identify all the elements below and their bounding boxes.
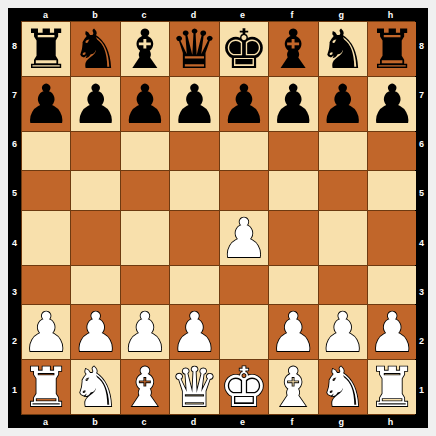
square-e3[interactable] bbox=[220, 266, 268, 304]
black-rook[interactable]: ♜ bbox=[368, 23, 416, 77]
square-c5[interactable] bbox=[121, 171, 169, 209]
square-f4[interactable] bbox=[269, 211, 317, 265]
square-c7[interactable]: ♟ bbox=[121, 77, 169, 131]
square-e5[interactable] bbox=[220, 171, 268, 209]
black-knight[interactable]: ♞ bbox=[71, 23, 119, 77]
square-b4[interactable] bbox=[71, 211, 119, 265]
square-h6[interactable] bbox=[368, 132, 416, 170]
black-bishop[interactable]: ♝ bbox=[269, 23, 317, 77]
square-g5[interactable] bbox=[319, 171, 367, 209]
rank-label-2: 2 bbox=[415, 317, 428, 366]
black-pawn[interactable]: ♟ bbox=[71, 78, 119, 132]
square-e2[interactable] bbox=[220, 305, 268, 359]
black-pawn[interactable]: ♟ bbox=[170, 78, 218, 132]
rank-labels-right: 87654321 bbox=[415, 21, 428, 415]
square-g6[interactable] bbox=[319, 132, 367, 170]
rank-label-2: 2 bbox=[8, 317, 21, 366]
rank-label-8: 8 bbox=[8, 21, 21, 70]
white-queen[interactable]: ♛ bbox=[170, 361, 218, 415]
square-h8[interactable]: ♜ bbox=[368, 22, 416, 76]
square-g3[interactable] bbox=[319, 266, 367, 304]
white-rook[interactable]: ♜ bbox=[368, 361, 416, 415]
rank-label-8: 8 bbox=[415, 21, 428, 70]
black-bishop[interactable]: ♝ bbox=[121, 23, 169, 77]
black-rook[interactable]: ♜ bbox=[22, 23, 70, 77]
rank-label-6: 6 bbox=[8, 120, 21, 169]
white-king[interactable]: ♚ bbox=[220, 361, 268, 415]
white-pawn[interactable]: ♟ bbox=[368, 306, 416, 360]
square-b8[interactable]: ♞ bbox=[71, 22, 119, 76]
black-pawn[interactable]: ♟ bbox=[220, 78, 268, 132]
black-queen[interactable]: ♛ bbox=[170, 23, 218, 77]
square-a1[interactable]: ♜ bbox=[22, 360, 70, 414]
square-c4[interactable] bbox=[121, 211, 169, 265]
white-pawn[interactable]: ♟ bbox=[121, 306, 169, 360]
white-bishop[interactable]: ♝ bbox=[121, 361, 169, 415]
white-pawn[interactable]: ♟ bbox=[220, 212, 268, 266]
square-h5[interactable] bbox=[368, 171, 416, 209]
square-c6[interactable] bbox=[121, 132, 169, 170]
square-g4[interactable] bbox=[319, 211, 367, 265]
square-a7[interactable]: ♟ bbox=[22, 77, 70, 131]
square-e8[interactable]: ♚ bbox=[220, 22, 268, 76]
square-f8[interactable]: ♝ bbox=[269, 22, 317, 76]
white-pawn[interactable]: ♟ bbox=[22, 306, 70, 360]
square-d3[interactable] bbox=[170, 266, 218, 304]
white-pawn[interactable]: ♟ bbox=[269, 306, 317, 360]
board-squares: ♜♞♝♛♚♝♞♜♟♟♟♟♟♟♟♟♟♟♟♟♟♟♟♟♜♞♝♛♚♝♞♜ bbox=[21, 21, 415, 415]
rank-label-5: 5 bbox=[415, 169, 428, 218]
square-h2[interactable]: ♟ bbox=[368, 305, 416, 359]
white-rook[interactable]: ♜ bbox=[22, 361, 70, 415]
black-pawn[interactable]: ♟ bbox=[22, 78, 70, 132]
black-pawn[interactable]: ♟ bbox=[319, 78, 367, 132]
square-a3[interactable] bbox=[22, 266, 70, 304]
page-background: abcdefgh abcdefgh 87654321 87654321 ♜♞♝♛… bbox=[0, 0, 436, 436]
square-d7[interactable]: ♟ bbox=[170, 77, 218, 131]
square-e1[interactable]: ♚ bbox=[220, 360, 268, 414]
square-a4[interactable] bbox=[22, 211, 70, 265]
square-b6[interactable] bbox=[71, 132, 119, 170]
black-king[interactable]: ♚ bbox=[220, 23, 268, 77]
square-d5[interactable] bbox=[170, 171, 218, 209]
square-d6[interactable] bbox=[170, 132, 218, 170]
square-f5[interactable] bbox=[269, 171, 317, 209]
square-h1[interactable]: ♜ bbox=[368, 360, 416, 414]
rank-label-5: 5 bbox=[8, 169, 21, 218]
rank-label-4: 4 bbox=[415, 218, 428, 267]
square-h7[interactable]: ♟ bbox=[368, 77, 416, 131]
white-pawn[interactable]: ♟ bbox=[319, 306, 367, 360]
square-h3[interactable] bbox=[368, 266, 416, 304]
square-c3[interactable] bbox=[121, 266, 169, 304]
rank-label-7: 7 bbox=[8, 70, 21, 119]
square-b2[interactable]: ♟ bbox=[71, 305, 119, 359]
rank-label-7: 7 bbox=[415, 70, 428, 119]
square-f7[interactable]: ♟ bbox=[269, 77, 317, 131]
square-g7[interactable]: ♟ bbox=[319, 77, 367, 131]
square-d2[interactable]: ♟ bbox=[170, 305, 218, 359]
square-d4[interactable] bbox=[170, 211, 218, 265]
square-a5[interactable] bbox=[22, 171, 70, 209]
square-e4[interactable]: ♟ bbox=[220, 211, 268, 265]
square-h4[interactable] bbox=[368, 211, 416, 265]
square-a6[interactable] bbox=[22, 132, 70, 170]
square-d1[interactable]: ♛ bbox=[170, 360, 218, 414]
square-e7[interactable]: ♟ bbox=[220, 77, 268, 131]
chess-board: abcdefgh abcdefgh 87654321 87654321 ♜♞♝♛… bbox=[8, 8, 428, 428]
square-c8[interactable]: ♝ bbox=[121, 22, 169, 76]
rank-label-1: 1 bbox=[415, 366, 428, 415]
black-pawn[interactable]: ♟ bbox=[121, 78, 169, 132]
rank-label-1: 1 bbox=[8, 366, 21, 415]
black-pawn[interactable]: ♟ bbox=[368, 78, 416, 132]
rank-label-3: 3 bbox=[415, 267, 428, 316]
rank-label-3: 3 bbox=[8, 267, 21, 316]
white-knight[interactable]: ♞ bbox=[71, 361, 119, 415]
square-f2[interactable]: ♟ bbox=[269, 305, 317, 359]
rank-label-6: 6 bbox=[415, 120, 428, 169]
white-pawn[interactable]: ♟ bbox=[170, 306, 218, 360]
square-b1[interactable]: ♞ bbox=[71, 360, 119, 414]
square-a2[interactable]: ♟ bbox=[22, 305, 70, 359]
square-f6[interactable] bbox=[269, 132, 317, 170]
white-knight[interactable]: ♞ bbox=[319, 361, 367, 415]
rank-labels-left: 87654321 bbox=[8, 21, 21, 415]
black-pawn[interactable]: ♟ bbox=[269, 78, 317, 132]
white-pawn[interactable]: ♟ bbox=[71, 306, 119, 360]
square-f3[interactable] bbox=[269, 266, 317, 304]
square-b7[interactable]: ♟ bbox=[71, 77, 119, 131]
square-a8[interactable]: ♜ bbox=[22, 22, 70, 76]
square-b3[interactable] bbox=[71, 266, 119, 304]
square-f1[interactable]: ♝ bbox=[269, 360, 317, 414]
square-d8[interactable]: ♛ bbox=[170, 22, 218, 76]
square-c1[interactable]: ♝ bbox=[121, 360, 169, 414]
square-g8[interactable]: ♞ bbox=[319, 22, 367, 76]
square-e6[interactable] bbox=[220, 132, 268, 170]
square-c2[interactable]: ♟ bbox=[121, 305, 169, 359]
white-bishop[interactable]: ♝ bbox=[269, 361, 317, 415]
rank-label-4: 4 bbox=[8, 218, 21, 267]
square-b5[interactable] bbox=[71, 171, 119, 209]
black-knight[interactable]: ♞ bbox=[319, 23, 367, 77]
square-g2[interactable]: ♟ bbox=[319, 305, 367, 359]
square-g1[interactable]: ♞ bbox=[319, 360, 367, 414]
